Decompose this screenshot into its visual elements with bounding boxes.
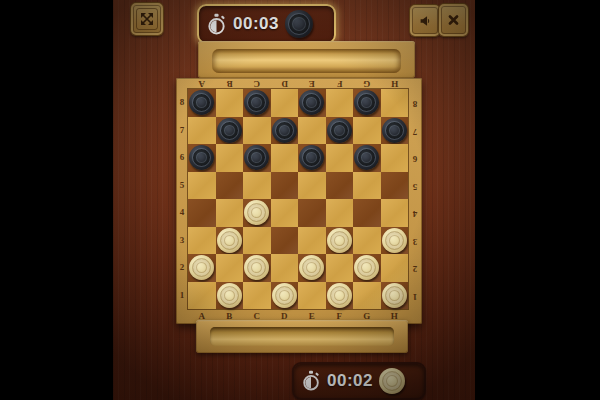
square-C8[interactable]: [243, 89, 271, 117]
piece-rosette: [357, 258, 376, 277]
square-H1[interactable]: [381, 282, 409, 310]
black-clock-piece-icon: [285, 10, 313, 38]
black-piece-A6[interactable]: [189, 145, 214, 170]
square-H4[interactable]: [381, 199, 409, 227]
rank-label-3: 3: [408, 227, 422, 255]
square-C7[interactable]: [243, 117, 271, 145]
square-E4[interactable]: [298, 199, 326, 227]
white-piece-H3[interactable]: [382, 228, 407, 253]
piece-rosette: [302, 148, 321, 167]
white-piece-C4[interactable]: [244, 200, 269, 225]
square-G3[interactable]: [353, 227, 381, 255]
piece-rosette: [288, 13, 310, 35]
piece-rosette: [385, 231, 404, 250]
piece-rosette: [385, 121, 404, 140]
white-clock-piece-icon: [379, 368, 405, 394]
letterbox-right: [475, 0, 600, 400]
square-B1[interactable]: [216, 282, 244, 310]
square-D7[interactable]: [271, 117, 299, 145]
square-F1[interactable]: [326, 282, 354, 310]
piece-rosette: [357, 93, 376, 112]
file-label-B: B: [216, 78, 244, 89]
file-label-G: G: [353, 78, 381, 89]
square-F7[interactable]: [326, 117, 354, 145]
square-C1[interactable]: [243, 282, 271, 310]
rank-label-6: 6: [408, 144, 422, 172]
square-B3[interactable]: [216, 227, 244, 255]
black-piece-B7[interactable]: [217, 118, 242, 143]
piece-rosette: [330, 286, 349, 305]
square-G6[interactable]: [353, 144, 381, 172]
square-E6[interactable]: [298, 144, 326, 172]
black-piece-E8[interactable]: [299, 90, 324, 115]
square-D5[interactable]: [271, 172, 299, 200]
black-clock-time: 00:03: [233, 14, 279, 34]
piece-rosette: [275, 121, 294, 140]
square-H3[interactable]: [381, 227, 409, 255]
black-piece-A8[interactable]: [189, 90, 214, 115]
piece-rosette: [220, 121, 239, 140]
piece-rosette: [220, 231, 239, 250]
black-piece-H7[interactable]: [382, 118, 407, 143]
square-A7[interactable]: [188, 117, 216, 145]
white-piece-A2[interactable]: [189, 255, 214, 280]
square-C5[interactable]: [243, 172, 271, 200]
black-piece-C6[interactable]: [244, 145, 269, 170]
close-button[interactable]: [439, 4, 468, 36]
rank-label-2: 2: [176, 254, 188, 282]
square-D8[interactable]: [271, 89, 299, 117]
white-piece-B1[interactable]: [217, 283, 242, 308]
black-piece-C8[interactable]: [244, 90, 269, 115]
square-E5[interactable]: [298, 172, 326, 200]
square-G5[interactable]: [353, 172, 381, 200]
rank-label-7: 7: [408, 117, 422, 145]
square-F3[interactable]: [326, 227, 354, 255]
rank-label-1: 1: [176, 282, 188, 310]
file-label-D: D: [271, 78, 299, 89]
fullscreen-button-bevel: [136, 8, 158, 30]
piece-rosette: [247, 258, 266, 277]
square-A8[interactable]: [188, 89, 216, 117]
white-piece-D1[interactable]: [272, 283, 297, 308]
piece-rosette: [275, 286, 294, 305]
rank-label-5: 5: [408, 172, 422, 200]
rank-label-5: 5: [176, 172, 188, 200]
square-F4[interactable]: [326, 199, 354, 227]
rank-label-7: 7: [176, 117, 188, 145]
black-piece-D7[interactable]: [272, 118, 297, 143]
rank-label-4: 4: [176, 199, 188, 227]
sound-button[interactable]: [410, 5, 440, 36]
square-A2[interactable]: [188, 254, 216, 282]
piece-rosette: [247, 203, 266, 222]
square-A4[interactable]: [188, 199, 216, 227]
fullscreen-button[interactable]: [131, 3, 163, 35]
top-roller: [212, 49, 401, 73]
piece-rosette: [385, 286, 404, 305]
piece-rosette: [302, 93, 321, 112]
piece-rosette: [192, 148, 211, 167]
wood-table-background: 00:03 ABCDEFGH ABCDEFGH 87654321 8765432…: [113, 0, 475, 400]
square-H8[interactable]: [381, 89, 409, 117]
letterbox-left: [0, 0, 113, 400]
file-label-H: H: [381, 78, 409, 89]
file-label-A: A: [188, 78, 216, 89]
file-labels-top: ABCDEFGH: [188, 78, 408, 89]
square-E8[interactable]: [298, 89, 326, 117]
square-G1[interactable]: [353, 282, 381, 310]
square-A3[interactable]: [188, 227, 216, 255]
rank-label-3: 3: [176, 227, 188, 255]
file-label-C: C: [243, 78, 271, 89]
square-G7[interactable]: [353, 117, 381, 145]
white-piece-E2[interactable]: [299, 255, 324, 280]
square-G2[interactable]: [353, 254, 381, 282]
square-H6[interactable]: [381, 144, 409, 172]
square-D2[interactable]: [271, 254, 299, 282]
square-B4[interactable]: [216, 199, 244, 227]
piece-rosette: [192, 258, 211, 277]
rank-label-8: 8: [408, 89, 422, 117]
square-B6[interactable]: [216, 144, 244, 172]
square-B5[interactable]: [216, 172, 244, 200]
square-E7[interactable]: [298, 117, 326, 145]
square-D6[interactable]: [271, 144, 299, 172]
square-D4[interactable]: [271, 199, 299, 227]
piece-rosette: [247, 93, 266, 112]
checkers-board: [188, 89, 408, 309]
file-label-F: F: [326, 78, 354, 89]
stopwatch-icon: [206, 13, 227, 36]
white-clock-time: 00:02: [327, 371, 373, 391]
white-player-clock: 00:02: [292, 362, 426, 400]
white-piece-F1[interactable]: [327, 283, 352, 308]
square-H5[interactable]: [381, 172, 409, 200]
board-frame: ABCDEFGH ABCDEFGH 87654321 87654321: [176, 78, 422, 324]
white-piece-B3[interactable]: [217, 228, 242, 253]
rank-labels-right: 87654321: [408, 89, 422, 309]
rank-label-4: 4: [408, 199, 422, 227]
square-C4[interactable]: [243, 199, 271, 227]
speaker-icon: [418, 11, 432, 31]
square-A1[interactable]: [188, 282, 216, 310]
square-E2[interactable]: [298, 254, 326, 282]
piece-rosette: [382, 371, 402, 391]
bottom-decorative-panel: [196, 320, 408, 353]
square-G8[interactable]: [353, 89, 381, 117]
rank-labels-left: 87654321: [176, 89, 188, 309]
square-B2[interactable]: [216, 254, 244, 282]
square-C6[interactable]: [243, 144, 271, 172]
black-player-clock: 00:03: [197, 4, 336, 44]
square-D1[interactable]: [271, 282, 299, 310]
piece-rosette: [220, 286, 239, 305]
square-F2[interactable]: [326, 254, 354, 282]
square-F5[interactable]: [326, 172, 354, 200]
rank-label-6: 6: [176, 144, 188, 172]
square-H7[interactable]: [381, 117, 409, 145]
bottom-groove: [210, 327, 394, 346]
square-B7[interactable]: [216, 117, 244, 145]
square-A6[interactable]: [188, 144, 216, 172]
stopwatch-icon: [301, 370, 321, 392]
white-piece-F3[interactable]: [327, 228, 352, 253]
square-G4[interactable]: [353, 199, 381, 227]
square-D3[interactable]: [271, 227, 299, 255]
rank-label-2: 2: [408, 254, 422, 282]
piece-rosette: [330, 231, 349, 250]
close-x-icon: [447, 10, 460, 30]
piece-rosette: [302, 258, 321, 277]
black-piece-F7[interactable]: [327, 118, 352, 143]
square-E3[interactable]: [298, 227, 326, 255]
rank-label-1: 1: [408, 282, 422, 310]
square-C3[interactable]: [243, 227, 271, 255]
square-A5[interactable]: [188, 172, 216, 200]
black-piece-G6[interactable]: [354, 145, 379, 170]
piece-rosette: [192, 93, 211, 112]
rank-label-8: 8: [176, 89, 188, 117]
piece-rosette: [247, 148, 266, 167]
game-viewport: 00:03 ABCDEFGH ABCDEFGH 87654321 8765432…: [0, 0, 600, 400]
square-F8[interactable]: [326, 89, 354, 117]
white-piece-H1[interactable]: [382, 283, 407, 308]
square-F6[interactable]: [326, 144, 354, 172]
square-E1[interactable]: [298, 282, 326, 310]
black-piece-E6[interactable]: [299, 145, 324, 170]
square-C2[interactable]: [243, 254, 271, 282]
file-label-E: E: [298, 78, 326, 89]
white-piece-G2[interactable]: [354, 255, 379, 280]
square-H2[interactable]: [381, 254, 409, 282]
piece-rosette: [357, 148, 376, 167]
piece-rosette: [330, 121, 349, 140]
white-piece-C2[interactable]: [244, 255, 269, 280]
top-decorative-panel: [198, 41, 415, 78]
square-B8[interactable]: [216, 89, 244, 117]
black-piece-G8[interactable]: [354, 90, 379, 115]
